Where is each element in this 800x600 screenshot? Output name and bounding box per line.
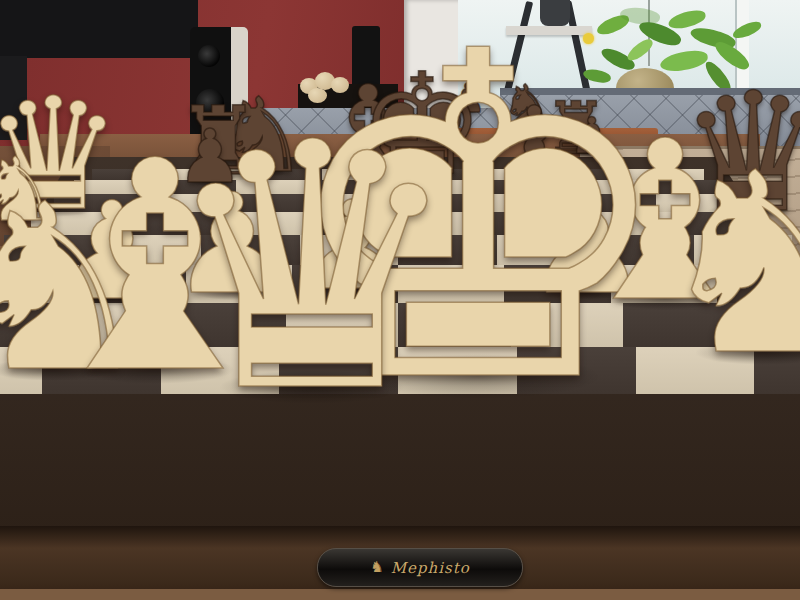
brand-plaque: ♞ Mephisto [317,548,523,587]
square-a1[interactable] [0,347,42,394]
square-g8[interactable] [551,169,628,180]
square-g4[interactable] [595,235,694,265]
square-c8[interactable] [245,169,322,180]
square-f4[interactable] [497,235,596,265]
white-wall [404,0,460,115]
cabinet-bottom-edge [0,589,800,600]
square-f8[interactable] [475,169,552,180]
square-b6[interactable] [140,194,226,212]
square-d3[interactable] [292,265,398,303]
square-c2[interactable] [173,303,286,347]
square-d6[interactable] [312,194,398,212]
square-e1[interactable] [398,347,517,394]
square-f2[interactable] [511,303,624,347]
brand-name: Mephisto [391,559,470,577]
square-c7[interactable] [236,180,317,194]
square-b8[interactable] [169,169,246,180]
square-a3[interactable] [0,265,79,303]
square-g6[interactable] [570,194,656,212]
square-g1[interactable] [636,347,755,394]
square-c5[interactable] [215,212,307,235]
square-b4[interactable] [103,235,202,265]
square-g2[interactable] [623,303,736,347]
square-d2[interactable] [286,303,399,347]
square-g7[interactable] [560,180,641,194]
speaker-cone [198,45,220,67]
square-g5[interactable] [582,212,674,235]
square-b3[interactable] [79,265,185,303]
square-a2[interactable] [0,303,61,347]
square-d5[interactable] [306,212,398,235]
decor-egg [331,77,349,93]
square-f5[interactable] [490,212,582,235]
tv-screen [0,0,198,58]
square-e6[interactable] [398,194,484,212]
square-e8[interactable] [398,169,475,180]
plant-pot [540,0,570,26]
square-f3[interactable] [504,265,610,303]
square-c6[interactable] [226,194,312,212]
square-e3[interactable] [398,265,504,303]
square-c4[interactable] [201,235,300,265]
square-e4[interactable] [398,235,497,265]
square-d7[interactable] [317,180,398,194]
window-frame [737,0,749,92]
square-h8[interactable] [628,169,705,180]
plant-stand-shelf [506,26,592,35]
square-d4[interactable] [300,235,399,265]
square-a7[interactable] [74,180,155,194]
chess-board [0,169,800,394]
square-c3[interactable] [186,265,292,303]
square-h7[interactable] [641,180,722,194]
square-b2[interactable] [61,303,174,347]
square-f1[interactable] [517,347,636,394]
square-a8[interactable] [92,169,169,180]
square-f7[interactable] [479,180,560,194]
square-e2[interactable] [398,303,511,347]
mephisto-knight-logo-icon: ♞ [370,560,383,575]
square-h3[interactable] [717,265,800,303]
square-d1[interactable] [279,347,398,394]
square-a6[interactable] [54,194,140,212]
square-a5[interactable] [31,212,123,235]
square-h6[interactable] [656,194,742,212]
decor-egg [308,88,327,103]
yellow-flower [583,33,594,44]
square-d8[interactable] [322,169,399,180]
speaker-cone [196,89,224,117]
square-g3[interactable] [611,265,717,303]
chessboard-photo-scene: ♞ Mephisto ♟♞♜♟♝♞♝♚♜♟♛♛♞♟♟♟♟♝♞♞♝♚♛ [0,0,800,600]
square-h4[interactable] [694,235,793,265]
tv-edge [0,56,27,140]
square-c1[interactable] [161,347,280,394]
square-h5[interactable] [673,212,765,235]
square-e5[interactable] [398,212,490,235]
square-b1[interactable] [42,347,161,394]
square-f6[interactable] [484,194,570,212]
square-b7[interactable] [155,180,236,194]
square-h1[interactable] [754,347,800,394]
square-a4[interactable] [4,235,103,265]
square-h2[interactable] [736,303,800,347]
square-e7[interactable] [398,180,479,194]
square-b5[interactable] [123,212,215,235]
